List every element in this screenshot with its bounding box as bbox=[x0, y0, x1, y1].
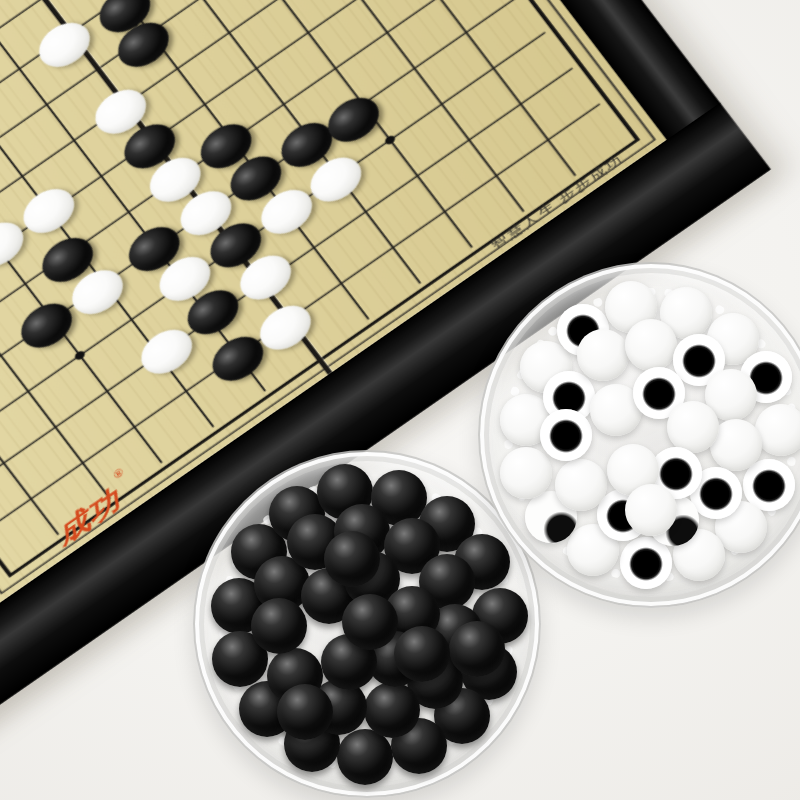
white-tray-stone bbox=[625, 319, 677, 371]
black-tray-stone bbox=[277, 684, 333, 740]
black-tray-stone bbox=[337, 729, 393, 785]
white-tray-stone bbox=[667, 401, 719, 453]
white-tray-stone bbox=[625, 484, 677, 536]
black-tray-stone bbox=[342, 594, 398, 650]
white-tray-stone bbox=[577, 329, 629, 381]
black-tray-stone bbox=[324, 531, 380, 587]
black-tray-stone bbox=[394, 626, 450, 682]
white-tray-stone bbox=[540, 409, 592, 461]
black-tray-stone bbox=[251, 598, 307, 654]
white-tray-stone bbox=[555, 459, 607, 511]
product-photo-stage: 智慧人生 步步成功 成功 ® bbox=[0, 0, 800, 800]
black-stone-tray bbox=[193, 450, 541, 798]
black-tray-stone bbox=[364, 682, 420, 738]
white-tray-stone bbox=[500, 447, 552, 499]
black-tray-stone bbox=[449, 621, 505, 677]
